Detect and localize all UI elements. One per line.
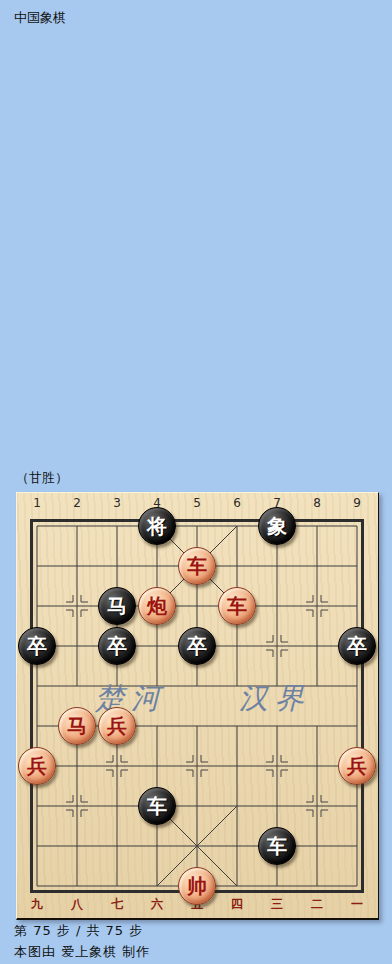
app-window: 中国象棋 （甘胜） 楚河 汉界 123456789 九八七六五四三二一 将象车马… — [0, 0, 392, 964]
piece-red-soldier[interactable]: 兵 — [18, 747, 56, 785]
piece-red-chariot[interactable]: 车 — [218, 587, 256, 625]
board-point: 兵 — [337, 746, 377, 786]
board-point: 车 — [217, 586, 257, 626]
piece-black-chariot[interactable]: 车 — [138, 787, 176, 825]
board-point: 马 — [57, 706, 97, 746]
result-caption: （甘胜） — [16, 469, 68, 487]
board-point: 车 — [137, 786, 177, 826]
piece-black-soldier[interactable]: 卒 — [98, 627, 136, 665]
board-point: 炮 — [137, 586, 177, 626]
piece-black-horse[interactable]: 马 — [98, 587, 136, 625]
board-point: 马 — [97, 586, 137, 626]
piece-black-soldier[interactable]: 卒 — [178, 627, 216, 665]
piece-red-soldier[interactable]: 兵 — [98, 707, 136, 745]
piece-black-chariot[interactable]: 车 — [258, 827, 296, 865]
board-point: 卒 — [17, 626, 57, 666]
app-title: 中国象棋 — [14, 9, 66, 27]
board-point: 车 — [257, 826, 297, 866]
board-point: 卒 — [337, 626, 377, 666]
move-counter: 第 75 步 / 共 75 步 — [14, 922, 143, 940]
piece-red-cannon[interactable]: 炮 — [138, 587, 176, 625]
piece-red-soldier[interactable]: 兵 — [338, 747, 376, 785]
board-point: 卒 — [97, 626, 137, 666]
board-point: 卒 — [177, 626, 217, 666]
board-point: 车 — [177, 546, 217, 586]
piece-red-general[interactable]: 帅 — [178, 867, 216, 905]
piece-black-elephant[interactable]: 象 — [258, 507, 296, 545]
board-point: 象 — [257, 506, 297, 546]
piece-black-soldier[interactable]: 卒 — [338, 627, 376, 665]
piece-red-chariot[interactable]: 车 — [178, 547, 216, 585]
board-point: 将 — [137, 506, 177, 546]
board-point: 兵 — [17, 746, 57, 786]
piece-black-general[interactable]: 将 — [138, 507, 176, 545]
xiangqi-board[interactable]: 楚河 汉界 123456789 九八七六五四三二一 将象车马炮车卒卒卒卒马兵兵兵… — [16, 492, 379, 920]
credit-line: 本图由 爱上象棋 制作 — [14, 943, 150, 961]
piece-red-horse[interactable]: 马 — [58, 707, 96, 745]
board-point: 兵 — [97, 706, 137, 746]
piece-black-soldier[interactable]: 卒 — [18, 627, 56, 665]
piece-grid[interactable]: 将象车马炮车卒卒卒卒马兵兵兵车车帅 — [17, 506, 377, 906]
board-point: 帅 — [177, 866, 217, 906]
